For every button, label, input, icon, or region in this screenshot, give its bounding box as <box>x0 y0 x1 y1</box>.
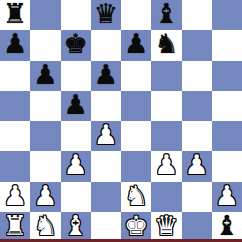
piece-black-pawn-b6[interactable]: ♟ <box>33 61 57 90</box>
square-a3[interactable] <box>0 151 30 181</box>
square-c1[interactable]: ♝ <box>61 212 91 242</box>
square-d1[interactable] <box>91 212 121 242</box>
square-b3[interactable] <box>30 151 60 181</box>
piece-black-bishop-h1[interactable]: ♝ <box>215 212 239 241</box>
square-b1[interactable]: ♞ <box>30 212 60 242</box>
square-c4[interactable] <box>61 121 91 151</box>
piece-white-pawn-d4[interactable]: ♟ <box>94 121 118 150</box>
square-g1[interactable] <box>182 212 212 242</box>
square-c8[interactable] <box>61 0 91 30</box>
square-e2[interactable]: ♞ <box>121 182 151 212</box>
square-g3[interactable]: ♟ <box>182 151 212 181</box>
square-f1[interactable]: ♛ <box>151 212 181 242</box>
square-b8[interactable] <box>30 0 60 30</box>
square-f8[interactable]: ♝ <box>151 0 181 30</box>
square-a6[interactable] <box>0 61 30 91</box>
square-b5[interactable] <box>30 91 60 121</box>
square-h7[interactable] <box>212 30 242 60</box>
square-h8[interactable] <box>212 0 242 30</box>
piece-black-pawn-c5[interactable]: ♟ <box>64 91 88 120</box>
square-c6[interactable] <box>61 61 91 91</box>
square-h6[interactable] <box>212 61 242 91</box>
piece-black-knight-f7[interactable]: ♞ <box>154 30 178 59</box>
square-a2[interactable]: ♟ <box>0 182 30 212</box>
square-e3[interactable] <box>121 151 151 181</box>
square-g8[interactable] <box>182 0 212 30</box>
piece-black-pawn-e7[interactable]: ♟ <box>124 30 148 59</box>
piece-black-pawn-a7[interactable]: ♟ <box>3 30 27 59</box>
square-g2[interactable] <box>182 182 212 212</box>
piece-black-queen-d8[interactable]: ♛ <box>94 0 118 29</box>
square-e7[interactable]: ♟ <box>121 30 151 60</box>
chess-board: ♜♛♝♟♚♟♞♟♟♟♟♟♟♟♟♟♞♟♜♞♝♚♛♝ <box>0 0 242 242</box>
piece-black-rook-a8[interactable]: ♜ <box>3 0 27 29</box>
piece-white-rook-a1[interactable]: ♜ <box>3 212 27 241</box>
square-h5[interactable] <box>212 91 242 121</box>
square-a4[interactable] <box>0 121 30 151</box>
square-d6[interactable]: ♟ <box>91 61 121 91</box>
square-f4[interactable] <box>151 121 181 151</box>
square-g7[interactable] <box>182 30 212 60</box>
square-d3[interactable] <box>91 151 121 181</box>
square-c3[interactable]: ♟ <box>61 151 91 181</box>
square-b6[interactable]: ♟ <box>30 61 60 91</box>
square-d2[interactable] <box>91 182 121 212</box>
square-b7[interactable] <box>30 30 60 60</box>
square-f7[interactable]: ♞ <box>151 30 181 60</box>
piece-white-bishop-c1[interactable]: ♝ <box>64 212 88 241</box>
square-h2[interactable]: ♟ <box>212 182 242 212</box>
piece-black-king-c7[interactable]: ♚ <box>64 30 88 59</box>
piece-white-pawn-g3[interactable]: ♟ <box>185 151 209 180</box>
piece-black-bishop-f8[interactable]: ♝ <box>154 0 178 29</box>
square-a7[interactable]: ♟ <box>0 30 30 60</box>
piece-white-pawn-h2[interactable]: ♟ <box>215 182 239 211</box>
square-f3[interactable]: ♟ <box>151 151 181 181</box>
piece-white-pawn-a2[interactable]: ♟ <box>3 182 27 211</box>
square-g4[interactable] <box>182 121 212 151</box>
square-d4[interactable]: ♟ <box>91 121 121 151</box>
square-c7[interactable]: ♚ <box>61 30 91 60</box>
piece-black-pawn-d6[interactable]: ♟ <box>94 61 118 90</box>
piece-white-pawn-f3[interactable]: ♟ <box>154 151 178 180</box>
square-g6[interactable] <box>182 61 212 91</box>
square-h3[interactable] <box>212 151 242 181</box>
piece-white-knight-e2[interactable]: ♞ <box>124 182 148 211</box>
square-h1[interactable]: ♝ <box>212 212 242 242</box>
piece-white-knight-b1[interactable]: ♞ <box>33 212 57 241</box>
square-e1[interactable]: ♚ <box>121 212 151 242</box>
square-h4[interactable] <box>212 121 242 151</box>
chess-board-container: ♜♛♝♟♚♟♞♟♟♟♟♟♟♟♟♟♞♟♜♞♝♚♛♝ <box>0 0 242 242</box>
square-f5[interactable] <box>151 91 181 121</box>
square-b4[interactable] <box>30 121 60 151</box>
square-e6[interactable] <box>121 61 151 91</box>
square-c5[interactable]: ♟ <box>61 91 91 121</box>
square-d5[interactable] <box>91 91 121 121</box>
piece-white-pawn-c3[interactable]: ♟ <box>64 151 88 180</box>
square-e5[interactable] <box>121 91 151 121</box>
square-f2[interactable] <box>151 182 181 212</box>
square-a5[interactable] <box>0 91 30 121</box>
square-c2[interactable] <box>61 182 91 212</box>
piece-white-queen-f1[interactable]: ♛ <box>154 212 178 241</box>
piece-white-king-e1[interactable]: ♚ <box>124 212 148 241</box>
square-a1[interactable]: ♜ <box>0 212 30 242</box>
square-d8[interactable]: ♛ <box>91 0 121 30</box>
square-d7[interactable] <box>91 30 121 60</box>
square-f6[interactable] <box>151 61 181 91</box>
piece-white-pawn-b2[interactable]: ♟ <box>33 182 57 211</box>
square-b2[interactable]: ♟ <box>30 182 60 212</box>
square-g5[interactable] <box>182 91 212 121</box>
square-e4[interactable] <box>121 121 151 151</box>
square-a8[interactable]: ♜ <box>0 0 30 30</box>
square-e8[interactable] <box>121 0 151 30</box>
